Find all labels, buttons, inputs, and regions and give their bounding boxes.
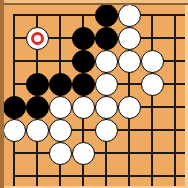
white-stone: ○ <box>141 50 164 73</box>
intersection-c7r3: ○ <box>141 50 164 73</box>
intersection-c1r4[interactable] <box>3 73 26 96</box>
white-stone: ○ <box>72 142 95 165</box>
white-stone: ○ <box>95 96 118 119</box>
black-stone: ● <box>49 73 72 96</box>
intersection-c3r7: ○ <box>49 142 72 165</box>
intersection-c2r8[interactable] <box>26 165 49 188</box>
intersection-c1r7[interactable] <box>3 142 26 165</box>
white-stone: ○ <box>49 142 72 165</box>
intersection-c2r2: ○ <box>26 27 49 50</box>
intersection-c3r3[interactable] <box>49 50 72 73</box>
white-stone: ○ <box>141 73 164 96</box>
intersection-c4r3: ● <box>72 50 95 73</box>
intersection-c5r2: ● <box>95 27 118 50</box>
intersection-c2r1[interactable] <box>26 4 49 27</box>
white-stone: ○ <box>3 119 26 142</box>
intersection-c6r8[interactable] <box>118 165 141 188</box>
black-stone: ● <box>26 96 49 119</box>
board-edge-top-line <box>0 3 188 5</box>
white-stone: ○ <box>118 27 141 50</box>
intersection-c6r5: ○ <box>118 96 141 119</box>
intersection-c3r8[interactable] <box>49 165 72 188</box>
intersection-c4r4: ● <box>72 73 95 96</box>
intersection-c5r7[interactable] <box>95 142 118 165</box>
intersection-grid: ●○○●●○●○○○●●●○○●●○○○○○○○○○○ <box>3 4 187 188</box>
intersection-c4r6[interactable] <box>72 119 95 142</box>
intersection-c8r5[interactable] <box>164 96 187 119</box>
intersection-c4r7: ○ <box>72 142 95 165</box>
intersection-c3r1[interactable] <box>49 4 72 27</box>
intersection-c2r7[interactable] <box>26 142 49 165</box>
intersection-c6r4[interactable] <box>118 73 141 96</box>
board-edge-right <box>185 0 188 188</box>
intersection-c7r8[interactable] <box>141 165 164 188</box>
intersection-c5r5: ○ <box>95 96 118 119</box>
black-stone: ● <box>72 50 95 73</box>
black-stone: ● <box>72 73 95 96</box>
intersection-c5r1: ● <box>95 4 118 27</box>
black-stone: ● <box>95 4 118 27</box>
intersection-c2r6: ○ <box>26 119 49 142</box>
intersection-c2r3[interactable] <box>26 50 49 73</box>
intersection-c2r4: ● <box>26 73 49 96</box>
board-edge-left <box>0 0 4 188</box>
white-stone: ○ <box>26 119 49 142</box>
intersection-c4r1[interactable] <box>72 4 95 27</box>
intersection-c8r6[interactable] <box>164 119 187 142</box>
intersection-c1r8[interactable] <box>3 165 26 188</box>
intersection-c1r3[interactable] <box>3 50 26 73</box>
intersection-c3r6: ○ <box>49 119 72 142</box>
intersection-c1r5: ● <box>3 96 26 119</box>
intersection-c4r2: ● <box>72 27 95 50</box>
intersection-c5r4: ○ <box>95 73 118 96</box>
intersection-c7r6[interactable] <box>141 119 164 142</box>
intersection-c1r2[interactable] <box>3 27 26 50</box>
intersection-c6r6[interactable] <box>118 119 141 142</box>
black-stone: ● <box>95 27 118 50</box>
white-stone: ○ <box>72 96 95 119</box>
intersection-c8r8[interactable] <box>164 165 187 188</box>
intersection-c8r7[interactable] <box>164 142 187 165</box>
intersection-c6r2: ○ <box>118 27 141 50</box>
white-stone: ○ <box>49 96 72 119</box>
intersection-c8r1[interactable] <box>164 4 187 27</box>
black-stone: ● <box>26 73 49 96</box>
intersection-c6r7[interactable] <box>118 142 141 165</box>
go-board: ●○○●●○●○○○●●●○○●●○○○○○○○○○○ <box>0 0 188 188</box>
white-stone: ○ <box>118 96 141 119</box>
intersection-c7r4: ○ <box>141 73 164 96</box>
red-circle-marker <box>31 32 44 45</box>
intersection-c3r5: ○ <box>49 96 72 119</box>
intersection-c5r3: ○ <box>95 50 118 73</box>
intersection-c3r2[interactable] <box>49 27 72 50</box>
intersection-c5r6: ○ <box>95 119 118 142</box>
intersection-c4r5: ○ <box>72 96 95 119</box>
intersection-c2r5: ● <box>26 96 49 119</box>
white-stone: ○ <box>95 119 118 142</box>
white-stone: ○ <box>95 50 118 73</box>
board-edge-bottom <box>0 186 188 188</box>
intersection-c7r1[interactable] <box>141 4 164 27</box>
intersection-c3r4: ● <box>49 73 72 96</box>
black-stone: ● <box>3 96 26 119</box>
intersection-c4r8[interactable] <box>72 165 95 188</box>
intersection-c5r8[interactable] <box>95 165 118 188</box>
intersection-c7r5[interactable] <box>141 96 164 119</box>
intersection-c8r4[interactable] <box>164 73 187 96</box>
white-stone: ○ <box>118 4 141 27</box>
intersection-c7r7[interactable] <box>141 142 164 165</box>
white-stone: ○ <box>49 119 72 142</box>
black-stone: ● <box>72 27 95 50</box>
intersection-c6r3: ○ <box>118 50 141 73</box>
marked-white-stone: ○ <box>26 27 49 50</box>
intersection-c8r3[interactable] <box>164 50 187 73</box>
intersection-c1r6: ○ <box>3 119 26 142</box>
intersection-c6r1: ○ <box>118 4 141 27</box>
intersection-c1r1[interactable] <box>3 4 26 27</box>
intersection-c7r2[interactable] <box>141 27 164 50</box>
white-stone: ○ <box>118 50 141 73</box>
white-stone: ○ <box>95 73 118 96</box>
intersection-c8r2[interactable] <box>164 27 187 50</box>
